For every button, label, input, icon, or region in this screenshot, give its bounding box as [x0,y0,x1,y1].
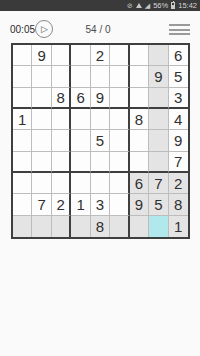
cell-r4c9[interactable]: 4 [169,109,188,130]
cell-r9c3[interactable] [52,216,71,237]
cell-r1c4[interactable] [71,45,90,66]
cell-r5c7[interactable] [130,130,149,151]
cell-r9c1[interactable] [13,216,32,237]
cell-r2c8[interactable]: 9 [149,66,168,87]
cell-r1c1[interactable] [13,45,32,66]
cell-r9c6[interactable] [110,216,129,237]
cell-r7c9[interactable]: 2 [169,173,188,194]
cell-r3c5[interactable]: 9 [91,88,110,109]
wifi-icon [136,3,142,8]
cell-r8c2[interactable]: 7 [32,194,51,215]
cell-r5c5[interactable]: 5 [91,130,110,151]
cell-r6c6[interactable] [110,152,129,173]
cell-r4c3[interactable] [52,109,71,130]
cell-r9c9[interactable]: 1 [169,216,188,237]
cell-r6c7[interactable] [130,152,149,173]
cell-r7c1[interactable] [13,173,32,194]
signal-icon: ◢ [145,2,150,9]
battery-percent: 56% [153,0,168,11]
cell-r2c3[interactable] [52,66,71,87]
cell-r5c9[interactable]: 9 [169,130,188,151]
cell-r4c2[interactable] [32,109,51,130]
cell-r8c8[interactable]: 5 [149,194,168,215]
cell-r3c9[interactable]: 3 [169,88,188,109]
menu-icon [169,24,190,26]
cell-r7c2[interactable] [32,173,51,194]
cell-r3c4[interactable]: 6 [71,88,90,109]
cell-r7c6[interactable] [110,173,129,194]
cell-r5c4[interactable] [71,130,90,151]
cell-r2c1[interactable] [13,66,32,87]
cell-r4c6[interactable] [110,109,129,130]
cell-r5c6[interactable] [110,130,129,151]
sudoku-app-screen: ⊘ ◢ 56% 15:42 00:05 ▷ 54 / 0 92695869318… [0,0,200,356]
cell-r1c6[interactable] [110,45,129,66]
cell-r5c2[interactable] [32,130,51,151]
cell-r4c1[interactable]: 1 [13,109,32,130]
cell-r4c5[interactable] [91,109,110,130]
cell-r9c4[interactable] [71,216,90,237]
cell-r6c1[interactable] [13,152,32,173]
cell-r4c4[interactable] [71,109,90,130]
cell-r7c8[interactable]: 7 [149,173,168,194]
cell-r2c7[interactable] [130,66,149,87]
cell-r2c9[interactable]: 5 [169,66,188,87]
cell-r1c5[interactable]: 2 [91,45,110,66]
cell-r5c8[interactable] [149,130,168,151]
cell-r3c1[interactable] [13,88,32,109]
cell-r4c8[interactable] [149,109,168,130]
cell-r8c7[interactable]: 9 [130,194,149,215]
cell-r7c5[interactable] [91,173,110,194]
cell-r3c8[interactable] [149,88,168,109]
menu-button[interactable] [169,24,190,35]
cell-r6c3[interactable] [52,152,71,173]
cell-r7c4[interactable] [71,173,90,194]
cell-r9c7[interactable] [130,216,149,237]
cell-r5c3[interactable] [52,130,71,151]
cell-r8c6[interactable] [110,194,129,215]
status-time: 15:42 [178,0,197,11]
cell-r3c7[interactable] [130,88,149,109]
cell-r8c4[interactable]: 1 [71,194,90,215]
cell-r2c4[interactable] [71,66,90,87]
battery-icon [171,2,175,9]
selected-cell[interactable] [149,216,168,237]
cell-r4c7[interactable]: 8 [130,109,149,130]
cell-r8c5[interactable]: 3 [91,194,110,215]
cell-r8c1[interactable] [13,194,32,215]
status-bar: ⊘ ◢ 56% 15:42 [0,0,200,11]
cell-r2c5[interactable] [91,66,110,87]
sudoku-board: 926958693184597672721395881 [11,43,190,239]
cell-r8c9[interactable]: 8 [169,194,188,215]
cell-r3c3[interactable]: 8 [52,88,71,109]
cell-r9c5[interactable]: 8 [91,216,110,237]
cell-r6c9[interactable]: 7 [169,152,188,173]
cell-r6c2[interactable] [32,152,51,173]
cell-r7c7[interactable]: 6 [130,173,149,194]
cell-r6c8[interactable] [149,152,168,173]
mute-icon: ⊘ [127,2,133,9]
cell-r9c2[interactable] [32,216,51,237]
cell-r7c3[interactable] [52,173,71,194]
cell-r2c2[interactable] [32,66,51,87]
cell-r6c4[interactable] [71,152,90,173]
cell-r1c9[interactable]: 6 [169,45,188,66]
cell-r1c2[interactable]: 9 [32,45,51,66]
remaining-counter: 54 / 0 [0,24,196,35]
cell-r8c3[interactable]: 2 [52,194,71,215]
cell-r6c5[interactable] [91,152,110,173]
cell-r2c6[interactable] [110,66,129,87]
cell-r3c6[interactable] [110,88,129,109]
cell-r3c2[interactable] [32,88,51,109]
cell-r1c3[interactable] [52,45,71,66]
cell-r1c8[interactable] [149,45,168,66]
cell-r1c7[interactable] [130,45,149,66]
cell-r5c1[interactable] [13,130,32,151]
